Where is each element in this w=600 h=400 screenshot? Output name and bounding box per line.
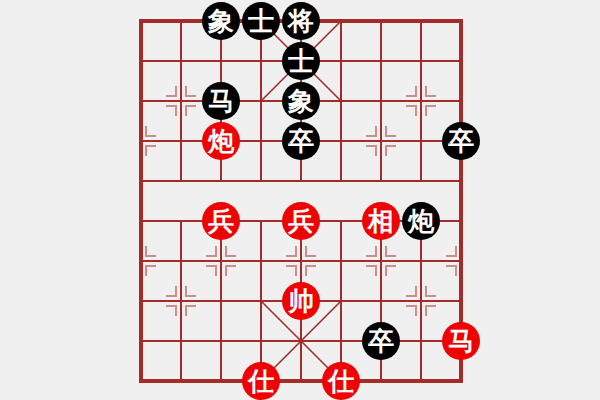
xiangqi-board: 象士将士马象炮卒卒兵兵相炮帅卒马仕仕 bbox=[0, 0, 600, 400]
piece-black-horse[interactable]: 马 bbox=[202, 82, 240, 120]
piece-red-cannon[interactable]: 炮 bbox=[202, 122, 240, 160]
piece-red-horse[interactable]: 马 bbox=[442, 322, 480, 360]
piece-red-advisor[interactable]: 仕 bbox=[242, 362, 280, 400]
piece-black-general[interactable]: 将 bbox=[282, 2, 320, 40]
piece-black-elephant[interactable]: 象 bbox=[202, 2, 240, 40]
piece-red-elephant[interactable]: 相 bbox=[362, 202, 400, 240]
piece-black-cannon[interactable]: 炮 bbox=[402, 202, 440, 240]
piece-black-soldier[interactable]: 卒 bbox=[282, 122, 320, 160]
piece-black-elephant[interactable]: 象 bbox=[282, 82, 320, 120]
piece-red-soldier[interactable]: 兵 bbox=[282, 202, 320, 240]
piece-black-soldier[interactable]: 卒 bbox=[442, 122, 480, 160]
piece-red-general[interactable]: 帅 bbox=[282, 282, 320, 320]
board-grid[interactable]: 象士将士马象炮卒卒兵兵相炮帅卒马仕仕 bbox=[121, 1, 481, 400]
piece-black-advisor[interactable]: 士 bbox=[242, 2, 280, 40]
piece-red-advisor[interactable]: 仕 bbox=[322, 362, 360, 400]
piece-black-advisor[interactable]: 士 bbox=[282, 42, 320, 80]
piece-red-soldier[interactable]: 兵 bbox=[202, 202, 240, 240]
piece-black-soldier[interactable]: 卒 bbox=[362, 322, 400, 360]
